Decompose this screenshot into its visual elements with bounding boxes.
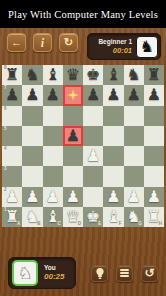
square-h4[interactable]: [144, 146, 164, 166]
white-pawn: ♟: [25, 189, 39, 205]
square-g5[interactable]: [124, 126, 144, 146]
black-pawn: ♟: [25, 87, 39, 103]
undo-arrow-icon: ↺: [144, 267, 154, 279]
square-h2[interactable]: ♟: [144, 187, 164, 207]
white-knight-icon: ♘: [17, 265, 32, 282]
square-g3[interactable]: [124, 166, 144, 186]
square-e4[interactable]: ♟: [83, 146, 103, 166]
chess-app-window: Play With Computer Many Levels ← i ↻ Beg…: [0, 0, 166, 296]
square-b6[interactable]: [22, 106, 42, 126]
square-g1[interactable]: G♞: [124, 207, 144, 227]
square-a3[interactable]: 3: [2, 166, 22, 186]
square-e2[interactable]: [83, 187, 103, 207]
square-c6[interactable]: [43, 106, 63, 126]
square-g6[interactable]: [124, 106, 144, 126]
square-b4[interactable]: [22, 146, 42, 166]
square-f1[interactable]: F♝: [103, 207, 123, 227]
black-king: ♚: [86, 67, 100, 83]
white-king: ♚: [86, 209, 100, 225]
square-d7[interactable]: [63, 85, 83, 105]
white-knight: ♞: [25, 209, 39, 225]
hint-button[interactable]: [91, 265, 108, 282]
square-d4[interactable]: [63, 146, 83, 166]
white-pawn: ♟: [45, 189, 59, 205]
title-bar: Play With Computer Many Levels: [0, 0, 166, 28]
rank-label-6: 6: [4, 107, 7, 112]
black-pawn: ♟: [147, 87, 161, 103]
white-pawn: ♟: [86, 148, 100, 164]
white-pawn: ♟: [66, 189, 80, 205]
menu-bars-icon: [120, 269, 129, 277]
bottom-bar: ♘ You 00:25 ↺: [0, 256, 166, 290]
white-rook: ♜: [5, 209, 19, 225]
square-a1[interactable]: 1A♜: [2, 207, 22, 227]
player-name: You: [44, 264, 64, 272]
square-g2[interactable]: ♟: [124, 187, 144, 207]
square-a7[interactable]: 7♟: [2, 85, 22, 105]
square-h7[interactable]: ♟: [144, 85, 164, 105]
rank-label-4: 4: [4, 147, 7, 152]
white-pawn: ♟: [147, 189, 161, 205]
square-b8[interactable]: ♞: [22, 65, 42, 85]
info-button[interactable]: i: [33, 33, 52, 52]
square-e1[interactable]: E♚: [83, 207, 103, 227]
white-pawn: ♟: [126, 189, 140, 205]
square-c5[interactable]: [43, 126, 63, 146]
back-arrow-icon: ←: [11, 37, 22, 48]
square-e5[interactable]: [83, 126, 103, 146]
square-f5[interactable]: [103, 126, 123, 146]
square-c1[interactable]: C♝: [43, 207, 63, 227]
white-rook: ♜: [147, 209, 161, 225]
action-buttons: ↺: [91, 265, 158, 282]
square-e7[interactable]: ♟: [83, 85, 103, 105]
square-c2[interactable]: ♟: [43, 187, 63, 207]
black-knight-icon: ♞: [140, 39, 154, 55]
black-bishop: ♝: [106, 67, 120, 83]
square-f8[interactable]: ♝: [103, 65, 123, 85]
opponent-piece-tile: ♞: [136, 36, 158, 58]
square-d8[interactable]: ♛: [63, 65, 83, 85]
square-d6[interactable]: [63, 106, 83, 126]
black-pawn: ♟: [45, 87, 59, 103]
flip-board-icon: ↻: [64, 37, 73, 48]
player-texts: You 00:25: [44, 264, 64, 283]
black-rook: ♜: [5, 67, 19, 83]
flip-board-button[interactable]: ↻: [59, 33, 78, 52]
back-button[interactable]: ←: [7, 33, 26, 52]
square-d1[interactable]: D♛: [63, 207, 83, 227]
page-title: Play With Computer Many Levels: [8, 9, 158, 20]
square-a8[interactable]: 8♜: [2, 65, 22, 85]
square-b2[interactable]: ♟: [22, 187, 42, 207]
black-pawn: ♟: [66, 128, 80, 144]
opponent-texts: Beginner 1 00:01: [98, 38, 132, 56]
square-h8[interactable]: ♜: [144, 65, 164, 85]
square-f4[interactable]: [103, 146, 123, 166]
player-piece-tile-active: ♘: [12, 260, 38, 286]
square-b1[interactable]: B♞: [22, 207, 42, 227]
square-e8[interactable]: ♚: [83, 65, 103, 85]
square-b3[interactable]: [22, 166, 42, 186]
square-f7[interactable]: ♟: [103, 85, 123, 105]
square-b7[interactable]: ♟: [22, 85, 42, 105]
black-rook: ♜: [147, 67, 161, 83]
white-pawn: ♟: [106, 189, 120, 205]
square-c8[interactable]: ♝: [43, 65, 63, 85]
chess-board: 8♜♞♝♛♚♝♞♜7♟♟♟♟♟♟♟65♟4♟32♟♟♟♟♟♟♟1A♜B♞C♝D♛…: [2, 65, 164, 227]
rank-label-3: 3: [4, 167, 7, 172]
player-clock: 00:25: [44, 272, 64, 282]
square-d2[interactable]: ♟: [63, 187, 83, 207]
black-bishop: ♝: [45, 67, 59, 83]
square-b5[interactable]: [22, 126, 42, 146]
square-c4[interactable]: [43, 146, 63, 166]
square-d3[interactable]: [63, 166, 83, 186]
square-c3[interactable]: [43, 166, 63, 186]
square-h5[interactable]: [144, 126, 164, 146]
square-h3[interactable]: [144, 166, 164, 186]
opponent-panel: Beginner 1 00:01 ♞: [87, 33, 161, 60]
square-h1[interactable]: H♜: [144, 207, 164, 227]
square-a2[interactable]: 2♟: [2, 187, 22, 207]
last-move-from-marker: [66, 88, 80, 102]
info-icon: i: [41, 37, 44, 49]
square-f3[interactable]: [103, 166, 123, 186]
black-queen: ♛: [66, 67, 80, 83]
square-c7[interactable]: ♟: [43, 85, 63, 105]
moves-list-button[interactable]: [116, 265, 133, 282]
white-queen: ♛: [66, 209, 80, 225]
undo-button[interactable]: ↺: [141, 265, 158, 282]
square-a5[interactable]: 5: [2, 126, 22, 146]
square-f6[interactable]: [103, 106, 123, 126]
black-pawn: ♟: [126, 87, 140, 103]
square-e3[interactable]: [83, 166, 103, 186]
square-h6[interactable]: [144, 106, 164, 126]
player-panel: ♘ You 00:25: [8, 257, 76, 289]
black-pawn: ♟: [5, 87, 19, 103]
white-bishop: ♝: [45, 209, 59, 225]
opponent-name: Beginner 1: [98, 38, 132, 46]
white-bishop: ♝: [106, 209, 120, 225]
rank-label-5: 5: [4, 127, 7, 132]
white-knight: ♞: [126, 209, 140, 225]
black-pawn: ♟: [106, 87, 120, 103]
square-f2[interactable]: ♟: [103, 187, 123, 207]
black-knight: ♞: [25, 67, 39, 83]
last-move-sparkle-icon: [66, 88, 80, 102]
square-g8[interactable]: ♞: [124, 65, 144, 85]
lightbulb-icon: [94, 267, 106, 280]
square-e6[interactable]: [83, 106, 103, 126]
white-pawn: ♟: [5, 189, 19, 205]
black-pawn: ♟: [86, 87, 100, 103]
toolbar: ← i ↻ Beginner 1 00:01 ♞: [0, 28, 166, 63]
square-a4[interactable]: 4: [2, 146, 22, 166]
square-g4[interactable]: [124, 146, 144, 166]
square-d5[interactable]: ♟: [63, 126, 83, 146]
opponent-clock: 00:01: [98, 46, 132, 55]
square-a6[interactable]: 6: [2, 106, 22, 126]
square-g7[interactable]: ♟: [124, 85, 144, 105]
black-knight: ♞: [126, 67, 140, 83]
